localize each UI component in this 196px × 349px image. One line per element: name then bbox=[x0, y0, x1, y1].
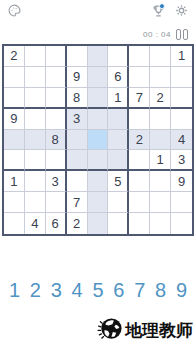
sudoku-cell-r2c3[interactable] bbox=[46, 67, 67, 88]
sudoku-app: 00 : 04 21968172938241313597462 12345678… bbox=[0, 0, 196, 349]
top-bar-right bbox=[151, 3, 188, 21]
sudoku-cell-r9c9[interactable] bbox=[171, 213, 192, 234]
sudoku-cell-r3c7[interactable]: 7 bbox=[129, 88, 150, 109]
sudoku-cell-r6c9[interactable]: 3 bbox=[171, 150, 192, 171]
sudoku-cell-r4c1[interactable]: 9 bbox=[4, 109, 25, 130]
sudoku-cell-r5c5[interactable] bbox=[88, 130, 109, 151]
numpad-button-7[interactable]: 7 bbox=[134, 277, 145, 303]
sudoku-cell-r4c3[interactable] bbox=[46, 109, 67, 130]
sudoku-cell-r4c6[interactable] bbox=[108, 109, 129, 130]
sudoku-cell-r1c1[interactable]: 2 bbox=[4, 46, 25, 67]
sudoku-cell-r9c6[interactable] bbox=[108, 213, 129, 234]
sudoku-cell-r7c5[interactable] bbox=[88, 171, 109, 192]
sudoku-cell-r3c6[interactable]: 1 bbox=[108, 88, 129, 109]
sudoku-cell-r2c9[interactable] bbox=[171, 67, 192, 88]
sudoku-cell-r1c2[interactable] bbox=[25, 46, 46, 67]
numpad-button-2[interactable]: 2 bbox=[30, 277, 41, 303]
sudoku-cell-r5c4[interactable] bbox=[67, 130, 88, 151]
sudoku-cell-r6c8[interactable]: 1 bbox=[150, 150, 171, 171]
numpad-button-6[interactable]: 6 bbox=[113, 277, 124, 303]
sudoku-cell-r6c3[interactable] bbox=[46, 150, 67, 171]
sudoku-cell-r5c9[interactable]: 4 bbox=[171, 130, 192, 151]
trophy-icon bbox=[151, 3, 166, 21]
numpad-button-5[interactable]: 5 bbox=[92, 277, 103, 303]
numpad: 123456789 bbox=[0, 277, 196, 303]
sudoku-cell-r3c5[interactable] bbox=[88, 88, 109, 109]
sudoku-cell-r2c2[interactable] bbox=[25, 67, 46, 88]
sudoku-cell-r3c9[interactable] bbox=[171, 88, 192, 109]
sudoku-cell-r6c1[interactable] bbox=[4, 150, 25, 171]
sudoku-cell-r9c4[interactable]: 2 bbox=[67, 213, 88, 234]
sudoku-cell-r4c5[interactable] bbox=[88, 109, 109, 130]
sudoku-cell-r8c6[interactable] bbox=[108, 192, 129, 213]
sudoku-cell-r1c5[interactable] bbox=[88, 46, 109, 67]
theme-button[interactable] bbox=[8, 4, 21, 20]
sudoku-cell-r4c7[interactable] bbox=[129, 109, 150, 130]
sudoku-cell-r8c8[interactable] bbox=[150, 192, 171, 213]
sudoku-cell-r5c1[interactable] bbox=[4, 130, 25, 151]
sudoku-cell-r1c3[interactable] bbox=[46, 46, 67, 67]
sudoku-cell-r2c4[interactable]: 9 bbox=[67, 67, 88, 88]
sudoku-cell-r5c2[interactable] bbox=[25, 130, 46, 151]
sudoku-cell-r3c1[interactable] bbox=[4, 88, 25, 109]
sudoku-cell-r2c1[interactable] bbox=[4, 67, 25, 88]
sudoku-cell-r5c3[interactable]: 8 bbox=[46, 130, 67, 151]
sudoku-cell-r4c9[interactable] bbox=[171, 109, 192, 130]
sudoku-cell-r7c7[interactable] bbox=[129, 171, 150, 192]
gear-icon bbox=[175, 4, 188, 20]
sudoku-cell-r8c7[interactable] bbox=[129, 192, 150, 213]
numpad-button-8[interactable]: 8 bbox=[155, 277, 166, 303]
sudoku-cell-r8c5[interactable] bbox=[88, 192, 109, 213]
sudoku-board: 21968172938241313597462 bbox=[2, 44, 194, 236]
sudoku-cell-r2c7[interactable] bbox=[129, 67, 150, 88]
pause-button[interactable] bbox=[176, 29, 188, 40]
sudoku-cell-r2c5[interactable] bbox=[88, 67, 109, 88]
sudoku-cell-r6c6[interactable] bbox=[108, 150, 129, 171]
sudoku-cell-r9c8[interactable] bbox=[150, 213, 171, 234]
sudoku-cell-r7c8[interactable] bbox=[150, 171, 171, 192]
sudoku-cell-r6c7[interactable] bbox=[129, 150, 150, 171]
timer-row: 00 : 04 bbox=[143, 29, 188, 40]
top-bar bbox=[0, 4, 196, 20]
sudoku-cell-r4c8[interactable] bbox=[150, 109, 171, 130]
sudoku-cell-r8c4[interactable]: 7 bbox=[67, 192, 88, 213]
timer: 00 : 04 bbox=[143, 30, 171, 39]
sudoku-cell-r8c3[interactable] bbox=[46, 192, 67, 213]
sudoku-cell-r3c8[interactable]: 2 bbox=[150, 88, 171, 109]
pause-icon bbox=[183, 29, 188, 40]
sudoku-cell-r2c6[interactable]: 6 bbox=[108, 67, 129, 88]
sudoku-cell-r1c6[interactable] bbox=[108, 46, 129, 67]
watermark: 地理教师 bbox=[96, 315, 193, 346]
sudoku-cell-r7c6[interactable]: 5 bbox=[108, 171, 129, 192]
sudoku-cell-r3c3[interactable] bbox=[46, 88, 67, 109]
sudoku-cell-r5c7[interactable]: 2 bbox=[129, 130, 150, 151]
sudoku-cell-r8c1[interactable] bbox=[4, 192, 25, 213]
sudoku-cell-r8c2[interactable] bbox=[25, 192, 46, 213]
pause-icon bbox=[176, 29, 181, 40]
sudoku-cell-r9c3[interactable]: 6 bbox=[46, 213, 67, 234]
sudoku-cell-r9c2[interactable]: 4 bbox=[25, 213, 46, 234]
sudoku-cell-r7c3[interactable]: 3 bbox=[46, 171, 67, 192]
sudoku-cell-r3c2[interactable] bbox=[25, 88, 46, 109]
sudoku-cell-r6c4[interactable] bbox=[67, 150, 88, 171]
numpad-button-3[interactable]: 3 bbox=[51, 277, 62, 303]
sudoku-cell-r7c1[interactable]: 1 bbox=[4, 171, 25, 192]
sudoku-cell-r6c2[interactable] bbox=[25, 150, 46, 171]
achievements-button[interactable] bbox=[151, 3, 166, 21]
sudoku-cell-r9c1[interactable] bbox=[4, 213, 25, 234]
watermark-text: 地理教师 bbox=[125, 319, 193, 342]
sudoku-cell-r3c4[interactable]: 8 bbox=[67, 88, 88, 109]
sudoku-cell-r7c2[interactable] bbox=[25, 171, 46, 192]
numpad-button-1[interactable]: 1 bbox=[9, 277, 20, 303]
palette-icon bbox=[8, 4, 21, 20]
sudoku-cell-r1c4[interactable] bbox=[67, 46, 88, 67]
sudoku-cell-r6c5[interactable] bbox=[88, 150, 109, 171]
sudoku-cell-r9c7[interactable] bbox=[129, 213, 150, 234]
sudoku-cell-r4c2[interactable] bbox=[25, 109, 46, 130]
sudoku-cell-r7c4[interactable] bbox=[67, 171, 88, 192]
sudoku-cell-r1c7[interactable] bbox=[129, 46, 150, 67]
sudoku-cell-r5c8[interactable] bbox=[150, 130, 171, 151]
numpad-button-4[interactable]: 4 bbox=[72, 277, 83, 303]
settings-button[interactable] bbox=[175, 4, 188, 20]
numpad-button-9[interactable]: 9 bbox=[176, 277, 187, 303]
sudoku-cell-r7c9[interactable]: 9 bbox=[171, 171, 192, 192]
sudoku-cell-r8c9[interactable] bbox=[171, 192, 192, 213]
globe-icon bbox=[96, 315, 123, 346]
sudoku-cell-r1c8[interactable] bbox=[150, 46, 171, 67]
sudoku-cell-r2c8[interactable] bbox=[150, 67, 171, 88]
sudoku-cell-r1c9[interactable]: 1 bbox=[171, 46, 192, 67]
sudoku-cell-r4c4[interactable]: 3 bbox=[67, 109, 88, 130]
sudoku-cell-r5c6[interactable] bbox=[108, 130, 129, 151]
sudoku-cell-r9c5[interactable] bbox=[88, 213, 109, 234]
